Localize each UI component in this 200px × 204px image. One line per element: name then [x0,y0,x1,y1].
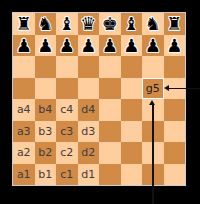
square-a1: a1 [13,164,35,186]
square-g8: ♞ [142,13,164,35]
square-e3 [99,121,121,143]
square-b5 [35,78,57,100]
square-h3 [164,121,186,143]
square-b8: ♞ [35,13,57,35]
square-c5 [56,78,78,100]
square-a5 [13,78,35,100]
coordinate-label-d4: d4 [81,99,95,121]
chess-board: ♜♞♝♛♚♝♞♜♟♟♟♟♟♟♟♟g5a4b4c4d4a3b3c3d3a2b2c2… [12,12,186,186]
square-f7: ♟ [121,35,143,57]
square-g7: ♟ [142,35,164,57]
black-king-piece: ♚ [102,13,118,35]
square-h4 [164,99,186,121]
square-h8: ♜ [164,13,186,35]
coordinate-label-a1: a1 [17,164,31,186]
square-d1: d1 [78,164,100,186]
square-a8: ♜ [13,13,35,35]
square-c2: c2 [56,142,78,164]
square-g6 [142,56,164,78]
black-knight-piece: ♞ [37,13,53,35]
square-d4: d4 [78,99,100,121]
coordinate-label-b4: b4 [38,99,52,121]
coordinate-label-c3: c3 [60,121,73,143]
coordinate-label-d3: d3 [81,121,95,143]
black-bishop-piece: ♝ [123,13,139,35]
coordinate-label-b3: b3 [38,121,52,143]
square-d5 [78,78,100,100]
highlighted-square-label: g5 [146,78,160,100]
black-queen-piece: ♛ [80,13,96,35]
black-knight-piece: ♞ [145,13,161,35]
square-e6 [99,56,121,78]
black-bishop-piece: ♝ [59,13,75,35]
square-c6 [56,56,78,78]
square-f8: ♝ [121,13,143,35]
square-b3: b3 [35,121,57,143]
g5-arrow-from-right-line [169,88,200,90]
black-pawn-piece: ♟ [145,35,161,57]
square-a7: ♟ [13,35,35,57]
black-rook-piece: ♜ [16,13,32,35]
square-a6 [13,56,35,78]
black-pawn-piece: ♟ [123,35,139,57]
square-f2 [121,142,143,164]
square-e4 [99,99,121,121]
square-f5 [121,78,143,100]
square-c7: ♟ [56,35,78,57]
square-f4 [121,99,143,121]
square-g5: g5 [142,78,164,100]
coordinate-label-c4: c4 [60,99,73,121]
coordinate-label-c1: c1 [60,164,73,186]
coordinate-label-b1: b1 [38,164,52,186]
square-f6 [121,56,143,78]
coordinate-label-c2: c2 [60,142,73,164]
square-d8: ♛ [78,13,100,35]
black-pawn-piece: ♟ [59,35,75,57]
square-h2 [164,142,186,164]
square-a3: a3 [13,121,35,143]
square-a2: a2 [13,142,35,164]
black-pawn-piece: ♟ [166,35,182,57]
square-e5 [99,78,121,100]
square-b1: b1 [35,164,57,186]
square-d2: d2 [78,142,100,164]
black-pawn-piece: ♟ [80,35,96,57]
chess-notation-diagram: ♜♞♝♛♚♝♞♜♟♟♟♟♟♟♟♟g5a4b4c4d4a3b3c3d3a2b2c2… [0,0,200,204]
coordinate-label-d1: d1 [81,164,95,186]
black-pawn-piece: ♟ [102,35,118,57]
coordinate-label-a4: a4 [17,99,31,121]
square-b4: b4 [35,99,57,121]
square-b7: ♟ [35,35,57,57]
black-pawn-piece: ♟ [16,35,32,57]
square-b2: b2 [35,142,57,164]
coordinate-label-d2: d2 [81,142,95,164]
square-d3: d3 [78,121,100,143]
black-rook-piece: ♜ [166,13,182,35]
square-h6 [164,56,186,78]
square-a4: a4 [13,99,35,121]
black-pawn-piece: ♟ [37,35,53,57]
square-c8: ♝ [56,13,78,35]
square-b6 [35,56,57,78]
square-f1 [121,164,143,186]
square-e7: ♟ [99,35,121,57]
square-d6 [78,56,100,78]
square-h1 [164,164,186,186]
square-h7: ♟ [164,35,186,57]
square-c3: c3 [56,121,78,143]
coordinate-label-b2: b2 [38,142,52,164]
square-f3 [121,121,143,143]
square-e8: ♚ [99,13,121,35]
square-c1: c1 [56,164,78,186]
square-c4: c4 [56,99,78,121]
g5-arrow-from-bottom-line [152,105,154,204]
square-e1 [99,164,121,186]
square-d7: ♟ [78,35,100,57]
coordinate-label-a2: a2 [17,142,31,164]
coordinate-label-a3: a3 [17,121,31,143]
square-e2 [99,142,121,164]
